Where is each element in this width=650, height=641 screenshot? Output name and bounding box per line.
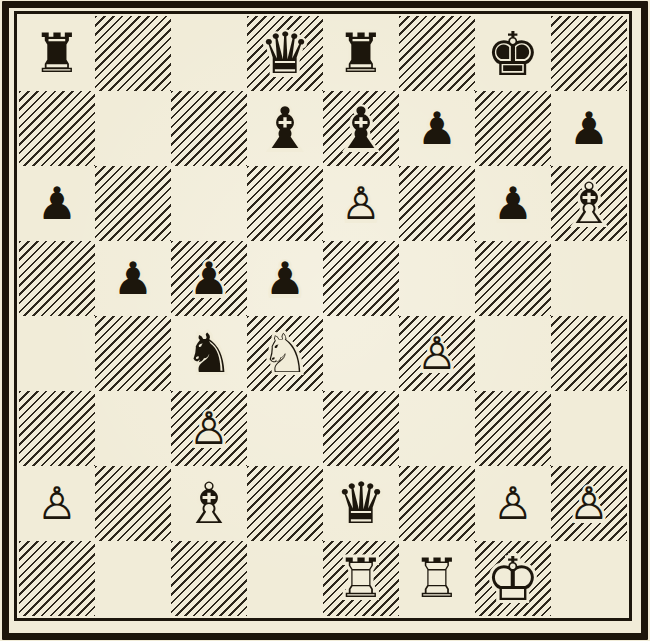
square-c3: ♟♙ (171, 391, 247, 466)
square-h8 (551, 16, 627, 91)
square-h5 (551, 241, 627, 316)
square-h6: ♝♗ (551, 166, 627, 241)
square-a6: ♟♟ (19, 166, 95, 241)
black-pawn-c5: ♟ (189, 256, 229, 301)
square-g1: ♚♔ (475, 541, 551, 616)
square-h3 (551, 391, 627, 466)
square-g7 (475, 91, 551, 166)
square-g4 (475, 316, 551, 391)
square-g5 (475, 241, 551, 316)
square-g6: ♟♟ (475, 166, 551, 241)
book-page: ♜♜♛♛♜♜♚♚♝♝♝♝♟♟♟♟♟♟♟♙♟♟♝♗♟♟♟♟♟♟♞♞♞♘♟♙♟♙♟♙… (0, 0, 650, 641)
white-pawn-a2: ♙ (37, 481, 77, 526)
square-c8 (171, 16, 247, 91)
square-g8: ♚♚ (475, 16, 551, 91)
square-e8: ♜♜ (323, 16, 399, 91)
square-c4: ♞♞ (171, 316, 247, 391)
square-e7: ♝♝ (323, 91, 399, 166)
square-h7: ♟♟ (551, 91, 627, 166)
black-pawn-g6: ♟ (493, 181, 533, 226)
square-a3 (19, 391, 95, 466)
square-d4: ♞♘ (247, 316, 323, 391)
square-f1: ♜♖ (399, 541, 475, 616)
square-e6: ♟♙ (323, 166, 399, 241)
square-d5: ♟♟ (247, 241, 323, 316)
black-knight-c4: ♞ (185, 327, 233, 381)
black-bishop-e7: ♝ (335, 100, 386, 157)
white-pawn-f4: ♙ (417, 331, 457, 376)
square-a5 (19, 241, 95, 316)
square-f6 (399, 166, 475, 241)
black-rook-e8: ♜ (337, 27, 385, 81)
square-b3 (95, 391, 171, 466)
square-d7: ♝♝ (247, 91, 323, 166)
square-e4 (323, 316, 399, 391)
square-e1: ♜♖ (323, 541, 399, 616)
square-b5: ♟♟ (95, 241, 171, 316)
white-bishop-h6: ♗ (563, 175, 614, 232)
white-pawn-e6: ♙ (341, 181, 381, 226)
white-pawn-h2: ♙ (569, 481, 609, 526)
square-e2: ♛♛ (323, 466, 399, 541)
square-c2: ♝♗ (171, 466, 247, 541)
square-g3 (475, 391, 551, 466)
square-h1 (551, 541, 627, 616)
square-d3 (247, 391, 323, 466)
black-pawn-a6: ♟ (37, 181, 77, 226)
square-f8 (399, 16, 475, 91)
square-d2 (247, 466, 323, 541)
black-pawn-d5: ♟ (265, 256, 305, 301)
chessboard: ♜♜♛♛♜♜♚♚♝♝♝♝♟♟♟♟♟♟♟♙♟♟♝♗♟♟♟♟♟♟♞♞♞♘♟♙♟♙♟♙… (19, 16, 627, 616)
square-d6 (247, 166, 323, 241)
black-king-g8: ♚ (486, 24, 540, 84)
square-a2: ♟♙ (19, 466, 95, 541)
white-pawn-c3: ♙ (189, 406, 229, 451)
square-e3 (323, 391, 399, 466)
square-c1 (171, 541, 247, 616)
square-a8: ♜♜ (19, 16, 95, 91)
square-f5 (399, 241, 475, 316)
square-d1 (247, 541, 323, 616)
square-h4 (551, 316, 627, 391)
square-b4 (95, 316, 171, 391)
white-rook-f1: ♖ (413, 552, 461, 606)
square-f3 (399, 391, 475, 466)
black-bishop-d7: ♝ (259, 100, 310, 157)
white-king-g1: ♔ (486, 549, 540, 609)
square-c5: ♟♟ (171, 241, 247, 316)
square-c6 (171, 166, 247, 241)
square-b8 (95, 16, 171, 91)
white-pawn-g2: ♙ (493, 481, 533, 526)
black-rook-a8: ♜ (33, 27, 81, 81)
square-b2 (95, 466, 171, 541)
black-pawn-f7: ♟ (417, 106, 457, 151)
square-b1 (95, 541, 171, 616)
square-c7 (171, 91, 247, 166)
square-a1 (19, 541, 95, 616)
square-h2: ♟♙ (551, 466, 627, 541)
square-b7 (95, 91, 171, 166)
white-knight-d4: ♘ (261, 327, 309, 381)
square-a4 (19, 316, 95, 391)
black-pawn-b5: ♟ (113, 256, 153, 301)
square-d8: ♛♛ (247, 16, 323, 91)
square-f4: ♟♙ (399, 316, 475, 391)
white-bishop-c2: ♗ (183, 475, 234, 532)
square-e5 (323, 241, 399, 316)
square-b6 (95, 166, 171, 241)
square-a7 (19, 91, 95, 166)
square-f7: ♟♟ (399, 91, 475, 166)
black-queen-d8: ♛ (259, 25, 310, 82)
square-f2 (399, 466, 475, 541)
black-queen-e2: ♛ (335, 475, 386, 532)
white-rook-e1: ♖ (337, 552, 385, 606)
black-pawn-h7: ♟ (569, 106, 609, 151)
square-g2: ♟♙ (475, 466, 551, 541)
